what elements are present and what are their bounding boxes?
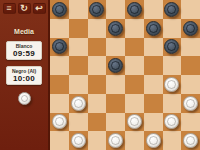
- white-man[interactable]: [183, 96, 198, 111]
- undo-button[interactable]: ↩: [33, 3, 46, 14]
- white-man[interactable]: [108, 133, 123, 148]
- sidebar: ≡ ↻ ↩ Media Blanco 09:59 Negro (AI) 10:0…: [0, 0, 50, 150]
- square-r1c6: [144, 0, 163, 19]
- black-man[interactable]: [164, 2, 179, 17]
- white-man[interactable]: [164, 114, 179, 129]
- checkers-app: ≡ ↻ ↩ Media Blanco 09:59 Negro (AI) 10:0…: [0, 0, 200, 150]
- turn-indicator: [18, 92, 31, 105]
- black-man[interactable]: [146, 21, 161, 36]
- square-r2c1: [50, 19, 69, 38]
- turn-indicator-white-piece: [18, 92, 31, 105]
- white-clock-time: 09:59: [13, 49, 35, 58]
- square-r2c8[interactable]: [181, 19, 200, 38]
- square-r1c2: [69, 0, 88, 19]
- white-man[interactable]: [52, 114, 67, 129]
- square-r8c6[interactable]: [144, 131, 163, 150]
- white-man[interactable]: [71, 96, 86, 111]
- black-clock-time: 10:00: [13, 74, 35, 83]
- square-r2c5: [125, 19, 144, 38]
- square-r1c1[interactable]: [50, 0, 69, 19]
- square-r5c8: [181, 75, 200, 94]
- white-man[interactable]: [183, 133, 198, 148]
- undo-icon: ↩: [35, 4, 43, 13]
- square-r7c6: [144, 113, 163, 132]
- square-r7c7[interactable]: [163, 113, 182, 132]
- square-r7c8: [181, 113, 200, 132]
- black-man[interactable]: [108, 58, 123, 73]
- square-r6c8[interactable]: [181, 94, 200, 113]
- white-clock: Blanco 09:59: [6, 41, 42, 60]
- square-r4c5: [125, 56, 144, 75]
- square-r3c3[interactable]: [88, 38, 107, 57]
- menu-button[interactable]: ≡: [3, 3, 16, 14]
- square-r4c6[interactable]: [144, 56, 163, 75]
- square-r4c7: [163, 56, 182, 75]
- square-r3c7[interactable]: [163, 38, 182, 57]
- black-man[interactable]: [108, 21, 123, 36]
- black-clock: Negro (AI) 10:00: [6, 66, 42, 85]
- square-r4c3: [88, 56, 107, 75]
- square-r3c8: [181, 38, 200, 57]
- square-r5c6: [144, 75, 163, 94]
- square-r6c4[interactable]: [106, 94, 125, 113]
- square-r5c2: [69, 75, 88, 94]
- square-r8c2[interactable]: [69, 131, 88, 150]
- square-r3c2: [69, 38, 88, 57]
- square-r8c7: [163, 131, 182, 150]
- square-r3c4: [106, 38, 125, 57]
- refresh-icon: ↻: [20, 4, 28, 13]
- black-man[interactable]: [164, 39, 179, 54]
- square-r2c2[interactable]: [69, 19, 88, 38]
- square-r1c5[interactable]: [125, 0, 144, 19]
- square-r5c5[interactable]: [125, 75, 144, 94]
- square-r5c4: [106, 75, 125, 94]
- square-r6c5: [125, 94, 144, 113]
- square-r2c4[interactable]: [106, 19, 125, 38]
- white-man[interactable]: [164, 77, 179, 92]
- square-r3c6: [144, 38, 163, 57]
- square-r2c7: [163, 19, 182, 38]
- black-man[interactable]: [183, 21, 198, 36]
- white-man[interactable]: [146, 133, 161, 148]
- square-r8c5: [125, 131, 144, 150]
- square-r1c8: [181, 0, 200, 19]
- square-r8c3: [88, 131, 107, 150]
- square-r1c7[interactable]: [163, 0, 182, 19]
- black-man[interactable]: [89, 2, 104, 17]
- square-r8c4[interactable]: [106, 131, 125, 150]
- difficulty-label: Media: [14, 28, 34, 35]
- square-r3c1[interactable]: [50, 38, 69, 57]
- square-r7c3[interactable]: [88, 113, 107, 132]
- square-r7c4: [106, 113, 125, 132]
- square-r1c3[interactable]: [88, 0, 107, 19]
- square-r3c5[interactable]: [125, 38, 144, 57]
- square-r2c3: [88, 19, 107, 38]
- square-r8c1: [50, 131, 69, 150]
- square-r6c2[interactable]: [69, 94, 88, 113]
- white-man[interactable]: [127, 114, 142, 129]
- white-man[interactable]: [71, 133, 86, 148]
- square-r4c1: [50, 56, 69, 75]
- square-r5c1[interactable]: [50, 75, 69, 94]
- square-r7c2: [69, 113, 88, 132]
- square-r5c3[interactable]: [88, 75, 107, 94]
- square-r6c3: [88, 94, 107, 113]
- square-r6c1: [50, 94, 69, 113]
- square-r1c4: [106, 0, 125, 19]
- square-r5c7[interactable]: [163, 75, 182, 94]
- square-r7c5[interactable]: [125, 113, 144, 132]
- black-man[interactable]: [52, 39, 67, 54]
- menu-icon: ≡: [6, 4, 11, 13]
- black-man[interactable]: [127, 2, 142, 17]
- square-r4c4[interactable]: [106, 56, 125, 75]
- square-r6c6[interactable]: [144, 94, 163, 113]
- black-man[interactable]: [52, 2, 67, 17]
- square-r7c1[interactable]: [50, 113, 69, 132]
- square-r4c2[interactable]: [69, 56, 88, 75]
- refresh-button[interactable]: ↻: [18, 3, 31, 14]
- board: [50, 0, 200, 150]
- square-r2c6[interactable]: [144, 19, 163, 38]
- square-r8c8[interactable]: [181, 131, 200, 150]
- square-r6c7: [163, 94, 182, 113]
- square-r4c8[interactable]: [181, 56, 200, 75]
- toolbar: ≡ ↻ ↩: [3, 3, 46, 14]
